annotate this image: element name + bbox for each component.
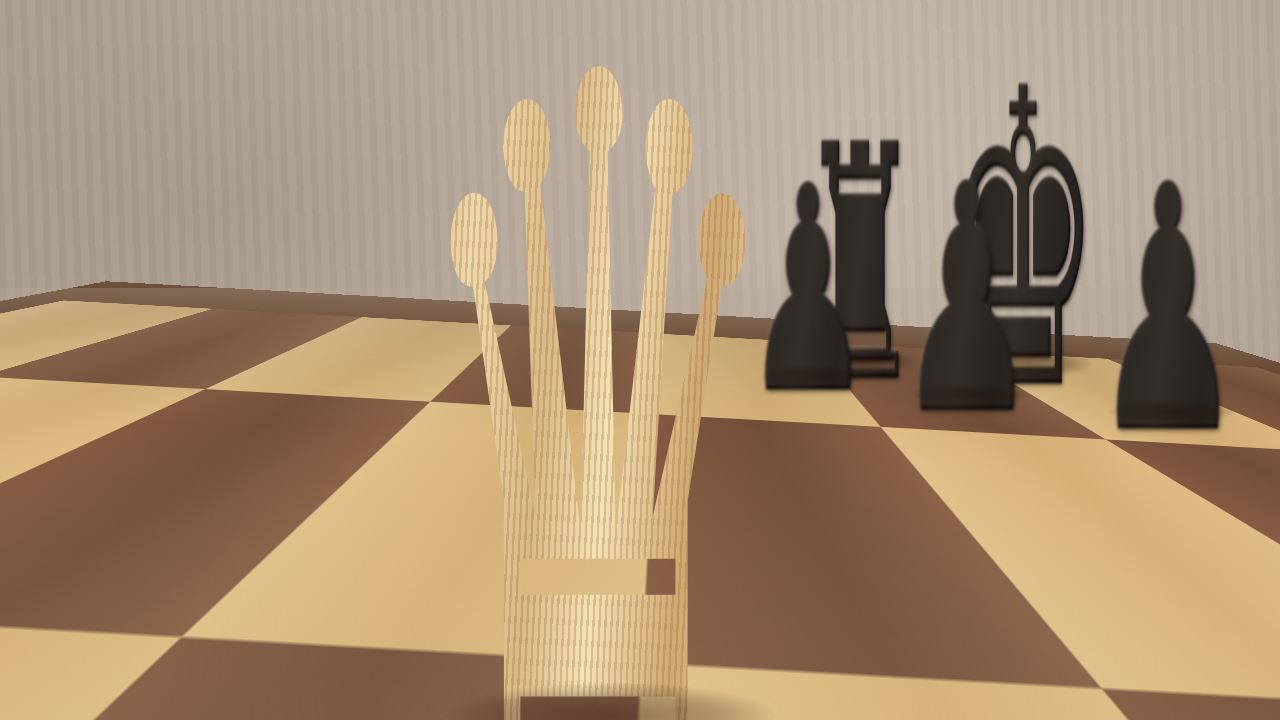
piece-shadow — [1109, 400, 1237, 424]
chess-photo-scene: ♜♚♟♟♟♛ — [0, 0, 1280, 720]
white-queen-glyph: ♛ — [402, 0, 794, 720]
black-pawn-glyph: ♟ — [896, 143, 1037, 458]
piece-black-pawn-f7: ♟ — [896, 143, 1037, 458]
piece-black-pawn-g7: ♟ — [1092, 140, 1244, 480]
pieces-layer: ♜♚♟♟♟♛ — [0, 0, 1280, 720]
black-pawn-glyph: ♟ — [1092, 140, 1244, 480]
piece-white-queen-d5: ♛ — [402, 0, 794, 720]
piece-shadow — [913, 384, 1031, 406]
